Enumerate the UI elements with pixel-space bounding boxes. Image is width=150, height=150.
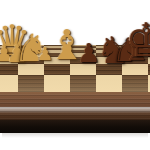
board-rank-1 <box>0 75 150 92</box>
square-e2[interactable] <box>70 64 96 75</box>
square-c3[interactable] <box>18 57 44 64</box>
square-g2[interactable] <box>122 64 148 75</box>
floor-shadow <box>2 133 148 138</box>
board-underside <box>0 120 150 133</box>
square-e1[interactable] <box>70 75 96 92</box>
square-c1[interactable] <box>18 75 44 92</box>
chess-set-photo: ♛♟♟♞♟♝♟♞♞♜♚ <box>0 0 150 150</box>
square-e3[interactable] <box>70 57 96 64</box>
square-d2[interactable] <box>44 64 70 75</box>
board-rank-3 <box>0 57 150 64</box>
square-f1[interactable] <box>96 75 122 92</box>
square-g3[interactable] <box>122 57 148 64</box>
chess-board <box>0 45 150 92</box>
square-b1[interactable] <box>0 75 18 92</box>
square-c2[interactable] <box>18 64 44 75</box>
square-b3[interactable] <box>0 57 18 64</box>
square-b2[interactable] <box>0 64 18 75</box>
square-f3[interactable] <box>96 57 122 64</box>
board-front-edge <box>0 92 150 120</box>
square-h3[interactable] <box>148 57 150 64</box>
square-d3[interactable] <box>44 57 70 64</box>
square-h1[interactable] <box>148 75 150 92</box>
square-g1[interactable] <box>122 75 148 92</box>
board-rank-2 <box>0 64 150 75</box>
square-f2[interactable] <box>96 64 122 75</box>
square-d1[interactable] <box>44 75 70 92</box>
square-h2[interactable] <box>148 64 150 75</box>
